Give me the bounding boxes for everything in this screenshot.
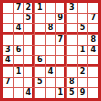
sudoku-cell-r1c4: 1: [35, 3, 45, 13]
sudoku-cell-r2c7[interactable]: [67, 14, 77, 24]
sudoku-cell-r5c1: 3: [3, 46, 13, 56]
sudoku-cell-r1c8[interactable]: [78, 3, 88, 13]
sudoku-cell-r2c5[interactable]: [46, 14, 56, 24]
sudoku-cell-r8c5[interactable]: [46, 78, 56, 88]
sudoku-cell-r4c3[interactable]: [24, 35, 34, 45]
sudoku-cell-r6c5[interactable]: [46, 56, 56, 66]
sudoku-cell-r3c4[interactable]: [35, 24, 45, 34]
sudoku-cell-r8c2[interactable]: [14, 78, 24, 88]
sudoku-cell-r1c7: 3: [67, 3, 77, 13]
sudoku-cell-r9c4[interactable]: [35, 88, 45, 98]
sudoku-cell-r5c5[interactable]: [46, 46, 56, 56]
sudoku-cell-r9c1[interactable]: [3, 88, 13, 98]
sudoku-cell-r4c2[interactable]: [14, 35, 24, 45]
sudoku-cell-r9c7: 5: [67, 88, 77, 98]
sudoku-cell-r9c8: 9: [78, 88, 88, 98]
sudoku-cell-r2c2[interactable]: [14, 14, 24, 24]
sudoku-cell-r3c3[interactable]: [24, 24, 34, 34]
sudoku-cell-r7c3[interactable]: [24, 67, 34, 77]
sudoku-board: 7213597485783614461427584159: [0, 0, 101, 101]
sudoku-cell-r5c3[interactable]: [24, 46, 34, 56]
sudoku-cell-r3c5: 8: [46, 24, 56, 34]
sudoku-cell-r7c4[interactable]: [35, 67, 45, 77]
sudoku-cell-r5c4[interactable]: [35, 46, 45, 56]
sudoku-cell-r1c9[interactable]: [88, 3, 98, 13]
sudoku-cell-r8c1: 7: [3, 78, 13, 88]
sudoku-cell-r5c9: 4: [88, 46, 98, 56]
sudoku-cell-r6c6[interactable]: [56, 56, 66, 66]
sudoku-cell-r6c2[interactable]: [14, 56, 24, 66]
sudoku-cell-r7c6[interactable]: [56, 67, 66, 77]
sudoku-cell-r4c9: 8: [88, 35, 98, 45]
sudoku-cell-r2c1[interactable]: [3, 14, 13, 24]
sudoku-cell-r7c8: 2: [78, 67, 88, 77]
sudoku-cell-r8c3[interactable]: [24, 78, 34, 88]
sudoku-cell-r3c9[interactable]: [88, 24, 98, 34]
sudoku-cell-r5c8: 1: [78, 46, 88, 56]
sudoku-cell-r6c1: 4: [3, 56, 13, 66]
sudoku-cell-r3c7[interactable]: [67, 24, 77, 34]
sudoku-cell-r3c6[interactable]: [56, 24, 66, 34]
sudoku-cell-r6c4: 6: [35, 56, 45, 66]
sudoku-cell-r8c6[interactable]: [56, 78, 66, 88]
sudoku-cell-r2c4[interactable]: [35, 14, 45, 24]
sudoku-cell-r6c3[interactable]: [24, 56, 34, 66]
sudoku-cell-r9c5[interactable]: [46, 88, 56, 98]
sudoku-cell-r3c2: 4: [14, 24, 24, 34]
sudoku-cell-r6c9[interactable]: [88, 56, 98, 66]
sudoku-cell-r7c1[interactable]: [3, 67, 13, 77]
sudoku-cell-r4c5[interactable]: [46, 35, 56, 45]
sudoku-cell-r4c7[interactable]: [67, 35, 77, 45]
sudoku-cell-r8c7: 8: [67, 78, 77, 88]
sudoku-cell-r2c6: 9: [56, 14, 66, 24]
sudoku-cell-r7c2: 1: [14, 67, 24, 77]
sudoku-cell-r6c7[interactable]: [67, 56, 77, 66]
sudoku-cell-r3c1[interactable]: [3, 24, 13, 34]
sudoku-cell-r9c3: 4: [24, 88, 34, 98]
sudoku-cell-r7c7[interactable]: [67, 67, 77, 77]
sudoku-cell-r9c9[interactable]: [88, 88, 98, 98]
sudoku-cell-r5c7[interactable]: [67, 46, 77, 56]
sudoku-cell-r9c2[interactable]: [14, 88, 24, 98]
sudoku-cell-r4c8[interactable]: [78, 35, 88, 45]
sudoku-cell-r1c2: 7: [14, 3, 24, 13]
sudoku-cell-r6c8[interactable]: [78, 56, 88, 66]
sudoku-cell-r1c6[interactable]: [56, 3, 66, 13]
sudoku-cell-r2c9: 7: [88, 14, 98, 24]
sudoku-cell-r1c5[interactable]: [46, 3, 56, 13]
sudoku-cell-r5c6[interactable]: [56, 46, 66, 56]
sudoku-cell-r2c3: 5: [24, 14, 34, 24]
sudoku-cell-r1c1[interactable]: [3, 3, 13, 13]
sudoku-cell-r7c5: 4: [46, 67, 56, 77]
sudoku-cell-r1c3: 2: [24, 3, 34, 13]
sudoku-cell-r3c8: 5: [78, 24, 88, 34]
sudoku-cell-r4c1[interactable]: [3, 35, 13, 45]
sudoku-cell-r9c6: 1: [56, 88, 66, 98]
sudoku-cell-r4c6: 7: [56, 35, 66, 45]
sudoku-cell-r2c8[interactable]: [78, 14, 88, 24]
sudoku-puzzle: 7213597485783614461427584159: [0, 0, 101, 101]
sudoku-cell-r8c4: 5: [35, 78, 45, 88]
sudoku-cell-r8c8[interactable]: [78, 78, 88, 88]
sudoku-cell-r5c2: 6: [14, 46, 24, 56]
sudoku-cell-r4c4[interactable]: [35, 35, 45, 45]
sudoku-cell-r7c9[interactable]: [88, 67, 98, 77]
sudoku-cell-r8c9[interactable]: [88, 78, 98, 88]
